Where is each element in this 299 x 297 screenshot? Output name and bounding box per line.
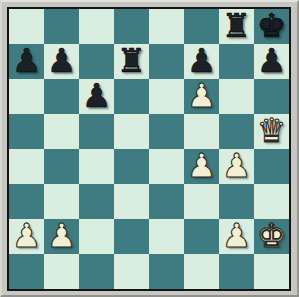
piece-white-pawn-f6[interactable]: ♟ [187, 78, 217, 113]
square-a2[interactable]: ♟ [9, 219, 44, 254]
square-b3[interactable] [44, 184, 79, 219]
square-a7[interactable]: ♟ [9, 44, 44, 79]
square-b4[interactable] [44, 149, 79, 184]
square-e8[interactable] [149, 9, 184, 44]
square-e1[interactable] [149, 254, 184, 289]
square-a6[interactable] [9, 79, 44, 114]
square-h4[interactable] [254, 149, 289, 184]
square-c1[interactable] [79, 254, 114, 289]
piece-black-pawn-c6[interactable]: ♟ [82, 78, 112, 113]
square-g2[interactable]: ♟ [219, 219, 254, 254]
square-h6[interactable] [254, 79, 289, 114]
square-b2[interactable]: ♟ [44, 219, 79, 254]
square-f7[interactable]: ♟ [184, 44, 219, 79]
piece-black-rook-g8[interactable]: ♜ [222, 8, 252, 43]
square-d4[interactable] [114, 149, 149, 184]
square-e3[interactable] [149, 184, 184, 219]
piece-white-pawn-g2[interactable]: ♟ [222, 218, 252, 253]
piece-white-pawn-g4[interactable]: ♟ [222, 148, 252, 183]
piece-black-pawn-b7[interactable]: ♟ [47, 43, 77, 78]
square-g8[interactable]: ♜ [219, 9, 254, 44]
square-g7[interactable] [219, 44, 254, 79]
square-c7[interactable] [79, 44, 114, 79]
square-d5[interactable] [114, 114, 149, 149]
square-d6[interactable] [114, 79, 149, 114]
piece-black-pawn-h7[interactable]: ♟ [257, 43, 287, 78]
square-g5[interactable] [219, 114, 254, 149]
square-f3[interactable] [184, 184, 219, 219]
square-b5[interactable] [44, 114, 79, 149]
square-f5[interactable] [184, 114, 219, 149]
board-frame: ♜♚♟♟♜♟♟♟♟♛♟♟♟♟♟♚ [0, 0, 299, 297]
square-a8[interactable] [9, 9, 44, 44]
square-c8[interactable] [79, 9, 114, 44]
square-d3[interactable] [114, 184, 149, 219]
piece-white-pawn-f4[interactable]: ♟ [187, 148, 217, 183]
piece-black-pawn-a7[interactable]: ♟ [12, 43, 42, 78]
square-h3[interactable] [254, 184, 289, 219]
piece-black-rook-d7[interactable]: ♜ [117, 43, 147, 78]
square-f6[interactable]: ♟ [184, 79, 219, 114]
square-e2[interactable] [149, 219, 184, 254]
piece-white-pawn-a2[interactable]: ♟ [12, 218, 42, 253]
square-a1[interactable] [9, 254, 44, 289]
square-a3[interactable] [9, 184, 44, 219]
square-g1[interactable] [219, 254, 254, 289]
square-d7[interactable]: ♜ [114, 44, 149, 79]
chess-board: ♜♚♟♟♜♟♟♟♟♛♟♟♟♟♟♚ [7, 7, 291, 291]
square-f2[interactable] [184, 219, 219, 254]
square-c4[interactable] [79, 149, 114, 184]
square-g3[interactable] [219, 184, 254, 219]
square-a4[interactable] [9, 149, 44, 184]
square-b1[interactable] [44, 254, 79, 289]
square-a5[interactable] [9, 114, 44, 149]
square-e4[interactable] [149, 149, 184, 184]
square-d8[interactable] [114, 9, 149, 44]
piece-black-king-h8[interactable]: ♚ [257, 8, 287, 43]
square-h2[interactable]: ♚ [254, 219, 289, 254]
square-b7[interactable]: ♟ [44, 44, 79, 79]
square-h5[interactable]: ♛ [254, 114, 289, 149]
square-e6[interactable] [149, 79, 184, 114]
piece-black-pawn-f7[interactable]: ♟ [187, 43, 217, 78]
square-h7[interactable]: ♟ [254, 44, 289, 79]
square-g6[interactable] [219, 79, 254, 114]
piece-white-queen-h5[interactable]: ♛ [257, 113, 287, 148]
square-h8[interactable]: ♚ [254, 9, 289, 44]
square-d1[interactable] [114, 254, 149, 289]
square-b8[interactable] [44, 9, 79, 44]
piece-white-king-h2[interactable]: ♚ [257, 218, 287, 253]
square-b6[interactable] [44, 79, 79, 114]
square-f4[interactable]: ♟ [184, 149, 219, 184]
square-c2[interactable] [79, 219, 114, 254]
square-e7[interactable] [149, 44, 184, 79]
square-h1[interactable] [254, 254, 289, 289]
square-c6[interactable]: ♟ [79, 79, 114, 114]
square-c3[interactable] [79, 184, 114, 219]
square-f8[interactable] [184, 9, 219, 44]
square-g4[interactable]: ♟ [219, 149, 254, 184]
square-e5[interactable] [149, 114, 184, 149]
square-f1[interactable] [184, 254, 219, 289]
piece-white-pawn-b2[interactable]: ♟ [47, 218, 77, 253]
square-c5[interactable] [79, 114, 114, 149]
square-d2[interactable] [114, 219, 149, 254]
